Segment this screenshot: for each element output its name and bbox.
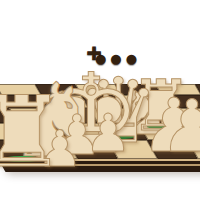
- white-pawn-3-glyph: ♟: [85, 107, 132, 159]
- white-rook-left: ♜: [0, 83, 66, 181]
- white-rook-left-glyph: ♜: [0, 83, 66, 181]
- white-pawn-5-glyph: ♟: [160, 90, 200, 162]
- white-pawn-3: ♟: [85, 107, 132, 159]
- chess-set-photo: ♟♝♞♜♛●●●♚✚♞♟♟♟♟♟♜: [0, 0, 200, 200]
- white-pawn-5: ♟: [160, 90, 200, 162]
- pieces-layer: ♟♝♞♜♛●●●♚✚♞♟♟♟♟♟♜: [0, 0, 200, 200]
